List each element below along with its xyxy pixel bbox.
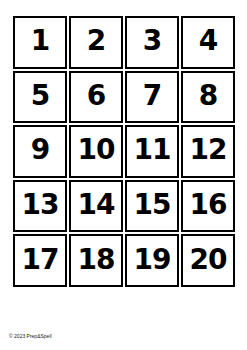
card-number: 1 [31,27,49,55]
card-number: 6 [87,82,105,110]
card-number: 15 [134,191,171,219]
card-number: 20 [190,246,227,274]
number-card: 1 [13,16,67,69]
number-card: 19 [125,234,179,287]
card-number: 8 [199,82,217,110]
card-number: 7 [143,82,161,110]
number-card: 15 [125,180,179,233]
copyright-text: © 2023 Prep&Spell [9,333,52,339]
number-card: 4 [181,16,235,69]
number-card: 12 [181,125,235,178]
card-number: 18 [78,246,115,274]
number-card: 18 [69,234,123,287]
number-card: 14 [69,180,123,233]
card-number: 13 [22,191,59,219]
number-card: 6 [69,71,123,124]
card-number: 2 [87,27,105,55]
number-card: 2 [69,16,123,69]
number-card: 7 [125,71,179,124]
card-number: 11 [134,136,171,164]
card-number: 14 [78,191,115,219]
number-card: 3 [125,16,179,69]
number-card: 10 [69,125,123,178]
card-number: 9 [31,136,49,164]
card-number: 10 [78,136,115,164]
card-number: 17 [22,246,59,274]
card-number: 16 [190,191,227,219]
card-number: 12 [190,136,227,164]
number-card: 8 [181,71,235,124]
number-grid: 1 2 3 4 5 6 7 8 9 10 11 12 13 14 15 16 1… [13,16,235,287]
card-number: 5 [31,82,49,110]
number-card: 16 [181,180,235,233]
card-number: 4 [199,27,217,55]
number-card: 20 [181,234,235,287]
number-card: 17 [13,234,67,287]
number-card: 13 [13,180,67,233]
number-card: 11 [125,125,179,178]
number-card: 9 [13,125,67,178]
number-card: 5 [13,71,67,124]
card-number: 3 [143,27,161,55]
card-number: 19 [134,246,171,274]
printable-page: 1 2 3 4 5 6 7 8 9 10 11 12 13 14 15 16 1… [0,0,247,350]
